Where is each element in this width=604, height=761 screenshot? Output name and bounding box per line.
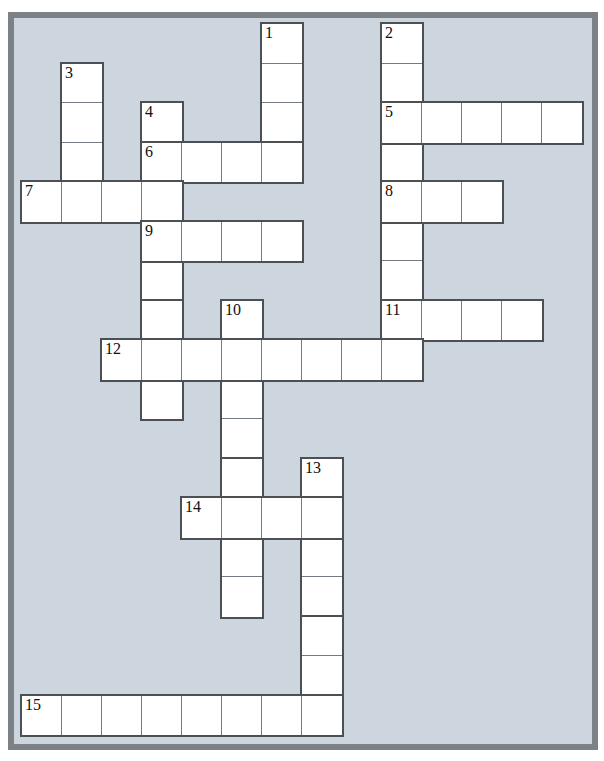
cell xyxy=(382,301,422,341)
cell xyxy=(502,103,542,143)
cell xyxy=(182,696,222,736)
cell xyxy=(142,380,182,420)
cell xyxy=(142,222,182,262)
cell xyxy=(222,498,262,538)
cell xyxy=(262,696,302,736)
cell xyxy=(462,103,502,143)
word-9-across xyxy=(140,220,304,264)
cell xyxy=(102,340,142,380)
word-8-across xyxy=(380,180,504,224)
cell xyxy=(302,656,342,696)
cell xyxy=(62,696,102,736)
word-15-across xyxy=(20,694,344,738)
cell xyxy=(62,143,102,183)
cell xyxy=(542,103,582,143)
cell xyxy=(262,222,302,262)
cell xyxy=(182,498,222,538)
cell xyxy=(302,340,342,380)
cell xyxy=(142,182,182,222)
cell xyxy=(262,143,302,183)
cell xyxy=(142,696,182,736)
cell xyxy=(382,222,422,262)
cell xyxy=(262,340,302,380)
cell xyxy=(422,182,462,222)
cell xyxy=(222,143,262,183)
cell xyxy=(302,498,342,538)
cell xyxy=(222,301,262,341)
cell xyxy=(222,222,262,262)
cell xyxy=(222,340,262,380)
cell xyxy=(142,301,182,341)
cell xyxy=(222,380,262,420)
cell xyxy=(62,103,102,143)
page: 123456789101112131415 xyxy=(0,0,604,761)
cell xyxy=(422,301,462,341)
cell xyxy=(382,340,422,380)
cell xyxy=(302,459,342,499)
cell xyxy=(342,340,382,380)
cell xyxy=(382,261,422,301)
cell xyxy=(382,64,422,104)
cell xyxy=(502,301,542,341)
cell xyxy=(302,696,342,736)
cell xyxy=(262,64,302,104)
word-14-across xyxy=(180,496,344,540)
cell xyxy=(102,182,142,222)
cell xyxy=(262,103,302,143)
cell xyxy=(462,182,502,222)
cell xyxy=(382,24,422,64)
cell xyxy=(262,498,302,538)
cell xyxy=(142,340,182,380)
word-7-across xyxy=(20,180,184,224)
cell xyxy=(222,696,262,736)
cell xyxy=(142,103,182,143)
cell xyxy=(22,182,62,222)
cell xyxy=(222,577,262,617)
word-12-across xyxy=(100,338,424,382)
cell xyxy=(222,419,262,459)
cell xyxy=(62,182,102,222)
cell xyxy=(302,577,342,617)
cell xyxy=(142,261,182,301)
cell xyxy=(22,696,62,736)
word-6-across xyxy=(140,141,304,185)
word-5-across xyxy=(380,101,584,145)
cell xyxy=(142,143,182,183)
cell xyxy=(422,103,462,143)
cell xyxy=(382,182,422,222)
cell xyxy=(102,696,142,736)
cell xyxy=(382,103,422,143)
cell xyxy=(182,222,222,262)
cell xyxy=(182,340,222,380)
cell xyxy=(262,24,302,64)
cell xyxy=(182,143,222,183)
cell xyxy=(302,617,342,657)
cell xyxy=(302,538,342,578)
cell xyxy=(382,143,422,183)
cell xyxy=(222,538,262,578)
cell xyxy=(462,301,502,341)
cell xyxy=(222,459,262,499)
word-11-across xyxy=(380,299,544,343)
crossword-grid: 123456789101112131415 xyxy=(0,0,604,761)
cell xyxy=(62,64,102,104)
